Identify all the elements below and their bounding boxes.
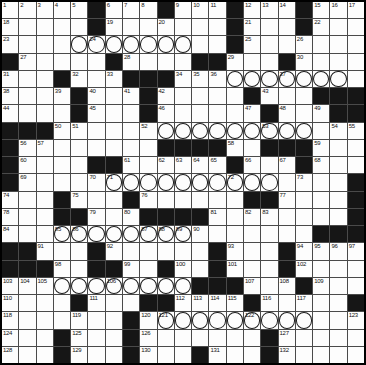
cell-r14c9[interactable]: 87 bbox=[140, 226, 156, 242]
cell-r15c21[interactable]: 97 bbox=[348, 243, 364, 259]
cell-r20c17[interactable]: 127 bbox=[279, 330, 295, 346]
cell-r4c19[interactable] bbox=[313, 54, 329, 70]
cell-r20c1[interactable]: 124 bbox=[2, 330, 18, 346]
cell-r9c7[interactable] bbox=[106, 140, 122, 156]
cell-r11c18[interactable]: 73 bbox=[296, 174, 312, 190]
cell-r1c3[interactable]: 3 bbox=[37, 2, 53, 18]
cell-r20c12[interactable] bbox=[192, 330, 208, 346]
cell-r8c12[interactable] bbox=[192, 123, 208, 139]
cell-r3c5[interactable] bbox=[71, 36, 87, 52]
cell-r13c1[interactable]: 78 bbox=[2, 209, 18, 225]
cell-r2c19[interactable]: 22 bbox=[313, 19, 329, 35]
cell-r21c21[interactable] bbox=[348, 347, 364, 363]
cell-r17c20[interactable] bbox=[330, 278, 346, 294]
cell-r19c9[interactable]: 120 bbox=[140, 312, 156, 328]
cell-r7c8[interactable] bbox=[123, 105, 139, 121]
cell-r14c14[interactable] bbox=[227, 226, 243, 242]
cell-r15c12[interactable] bbox=[192, 243, 208, 259]
cell-r5c12[interactable]: 35 bbox=[192, 71, 208, 87]
cell-r10c9[interactable] bbox=[140, 157, 156, 173]
cell-r7c10[interactable]: 46 bbox=[158, 105, 174, 121]
cell-r5c6[interactable] bbox=[88, 71, 104, 87]
cell-r16c18[interactable]: 102 bbox=[296, 261, 312, 277]
cell-r3c21[interactable] bbox=[348, 36, 364, 52]
cell-r5c3[interactable] bbox=[37, 71, 53, 87]
cell-r21c9[interactable]: 130 bbox=[140, 347, 156, 363]
cell-r8c18[interactable] bbox=[296, 123, 312, 139]
cell-r5c5[interactable]: 32 bbox=[71, 71, 87, 87]
cell-r21c5[interactable]: 129 bbox=[71, 347, 87, 363]
cell-r3c16[interactable] bbox=[261, 36, 277, 52]
cell-r21c17[interactable]: 132 bbox=[279, 347, 295, 363]
cell-r6c4[interactable]: 39 bbox=[54, 88, 70, 104]
cell-r12c14[interactable] bbox=[227, 192, 243, 208]
cell-r21c15[interactable] bbox=[244, 347, 260, 363]
cell-r12c17[interactable]: 77 bbox=[279, 192, 295, 208]
cell-r6c8[interactable]: 41 bbox=[123, 88, 139, 104]
cell-r8c4[interactable]: 50 bbox=[54, 123, 70, 139]
cell-r10c21[interactable] bbox=[348, 157, 364, 173]
cell-r2c12[interactable] bbox=[192, 19, 208, 35]
cell-r14c2[interactable] bbox=[19, 226, 35, 242]
cell-r14c12[interactable]: 90 bbox=[192, 226, 208, 242]
cell-r4c20[interactable] bbox=[330, 54, 346, 70]
cell-r17c10[interactable] bbox=[158, 278, 174, 294]
cell-r4c16[interactable] bbox=[261, 54, 277, 70]
cell-r19c15[interactable]: 122 bbox=[244, 312, 260, 328]
cell-r11c14[interactable]: 72 bbox=[227, 174, 243, 190]
cell-r9c8[interactable] bbox=[123, 140, 139, 156]
cell-r6c2[interactable] bbox=[19, 88, 35, 104]
cell-r1c7[interactable]: 6 bbox=[106, 2, 122, 18]
cell-r1c8[interactable]: 7 bbox=[123, 2, 139, 18]
cell-r9c2[interactable]: 56 bbox=[19, 140, 35, 156]
cell-r20c18[interactable] bbox=[296, 330, 312, 346]
cell-r2c1[interactable]: 18 bbox=[2, 19, 18, 35]
cell-r19c14[interactable] bbox=[227, 312, 243, 328]
cell-r4c15[interactable] bbox=[244, 54, 260, 70]
cell-r9c6[interactable] bbox=[88, 140, 104, 156]
cell-r3c8[interactable] bbox=[123, 36, 139, 52]
cell-r9c4[interactable] bbox=[54, 140, 70, 156]
cell-r1c11[interactable]: 9 bbox=[175, 2, 191, 18]
cell-r7c18[interactable] bbox=[296, 105, 312, 121]
cell-r12c1[interactable]: 74 bbox=[2, 192, 18, 208]
cell-r8c7[interactable] bbox=[106, 123, 122, 139]
cell-r10c19[interactable]: 68 bbox=[313, 157, 329, 173]
cell-r16c21[interactable] bbox=[348, 261, 364, 277]
cell-r12c12[interactable] bbox=[192, 192, 208, 208]
cell-r19c16[interactable] bbox=[261, 312, 277, 328]
cell-r13c13[interactable]: 81 bbox=[209, 209, 225, 225]
cell-r3c10[interactable] bbox=[158, 36, 174, 52]
cell-r2c3[interactable] bbox=[37, 19, 53, 35]
cell-r12c2[interactable] bbox=[19, 192, 35, 208]
cell-r10c8[interactable]: 61 bbox=[123, 157, 139, 173]
cell-r12c9[interactable]: 76 bbox=[140, 192, 156, 208]
cell-r14c4[interactable]: 85 bbox=[54, 226, 70, 242]
cell-r11c8[interactable] bbox=[123, 174, 139, 190]
cell-r19c3[interactable] bbox=[37, 312, 53, 328]
cell-r7c3[interactable] bbox=[37, 105, 53, 121]
cell-r19c18[interactable] bbox=[296, 312, 312, 328]
cell-r19c13[interactable] bbox=[209, 312, 225, 328]
cell-r4c6[interactable] bbox=[88, 54, 104, 70]
cell-r12c6[interactable] bbox=[88, 192, 104, 208]
cell-r5c1[interactable]: 31 bbox=[2, 71, 18, 87]
cell-r18c19[interactable] bbox=[313, 295, 329, 311]
cell-r10c12[interactable]: 64 bbox=[192, 157, 208, 173]
cell-r4c21[interactable] bbox=[348, 54, 364, 70]
cell-r18c6[interactable]: 111 bbox=[88, 295, 104, 311]
cell-r3c20[interactable] bbox=[330, 36, 346, 52]
cell-r19c20[interactable] bbox=[330, 312, 346, 328]
cell-r6c13[interactable] bbox=[209, 88, 225, 104]
cell-r20c20[interactable] bbox=[330, 330, 346, 346]
cell-r16c8[interactable]: 99 bbox=[123, 261, 139, 277]
cell-r6c6[interactable]: 40 bbox=[88, 88, 104, 104]
cell-r6c16[interactable]: 43 bbox=[261, 88, 277, 104]
cell-r12c20[interactable] bbox=[330, 192, 346, 208]
cell-r1c16[interactable]: 13 bbox=[261, 2, 277, 18]
cell-r18c1[interactable]: 110 bbox=[2, 295, 18, 311]
cell-r5c13[interactable]: 36 bbox=[209, 71, 225, 87]
cell-r16c11[interactable]: 100 bbox=[175, 261, 191, 277]
cell-r14c3[interactable] bbox=[37, 226, 53, 242]
cell-r21c13[interactable]: 131 bbox=[209, 347, 225, 363]
cell-r17c19[interactable]: 109 bbox=[313, 278, 329, 294]
cell-r10c17[interactable]: 67 bbox=[279, 157, 295, 173]
cell-r4c8[interactable]: 28 bbox=[123, 54, 139, 70]
cell-r10c16[interactable] bbox=[261, 157, 277, 173]
cell-r3c19[interactable] bbox=[313, 36, 329, 52]
cell-r8c21[interactable]: 55 bbox=[348, 123, 364, 139]
cell-r19c19[interactable] bbox=[313, 312, 329, 328]
cell-r12c13[interactable] bbox=[209, 192, 225, 208]
cell-r17c5[interactable] bbox=[71, 278, 87, 294]
cell-r2c11[interactable] bbox=[175, 19, 191, 35]
cell-r17c9[interactable] bbox=[140, 278, 156, 294]
cell-r7c7[interactable] bbox=[106, 105, 122, 121]
cell-r4c11[interactable] bbox=[175, 54, 191, 70]
cell-r19c6[interactable] bbox=[88, 312, 104, 328]
cell-r15c18[interactable]: 94 bbox=[296, 243, 312, 259]
cell-r7c14[interactable] bbox=[227, 105, 243, 121]
cell-r11c4[interactable] bbox=[54, 174, 70, 190]
cell-r18c12[interactable]: 113 bbox=[192, 295, 208, 311]
cell-r3c11[interactable] bbox=[175, 36, 191, 52]
cell-r12c7[interactable] bbox=[106, 192, 122, 208]
cell-r7c4[interactable] bbox=[54, 105, 70, 121]
cell-r18c2[interactable] bbox=[19, 295, 35, 311]
cell-r3c9[interactable] bbox=[140, 36, 156, 52]
cell-r3c2[interactable] bbox=[19, 36, 35, 52]
cell-r15c11[interactable] bbox=[175, 243, 191, 259]
cell-r10c11[interactable]: 63 bbox=[175, 157, 191, 173]
cell-r21c7[interactable] bbox=[106, 347, 122, 363]
cell-r14c13[interactable] bbox=[209, 226, 225, 242]
cell-r1c1[interactable]: 1 bbox=[2, 2, 18, 18]
cell-r10c2[interactable]: 60 bbox=[19, 157, 35, 173]
cell-r16c14[interactable]: 101 bbox=[227, 261, 243, 277]
cell-r1c19[interactable]: 15 bbox=[313, 2, 329, 18]
cell-r13c3[interactable] bbox=[37, 209, 53, 225]
cell-r4c10[interactable] bbox=[158, 54, 174, 70]
cell-r16c12[interactable] bbox=[192, 261, 208, 277]
cell-r5c18[interactable] bbox=[296, 71, 312, 87]
cell-r2c5[interactable] bbox=[71, 19, 87, 35]
cell-r17c8[interactable] bbox=[123, 278, 139, 294]
cell-r19c4[interactable] bbox=[54, 312, 70, 328]
cell-r4c9[interactable] bbox=[140, 54, 156, 70]
cell-r7c12[interactable] bbox=[192, 105, 208, 121]
cell-r8c17[interactable] bbox=[279, 123, 295, 139]
cell-r10c5[interactable] bbox=[71, 157, 87, 173]
cell-r16c5[interactable] bbox=[71, 261, 87, 277]
cell-r4c18[interactable]: 30 bbox=[296, 54, 312, 70]
cell-r7c2[interactable] bbox=[19, 105, 35, 121]
cell-r2c2[interactable] bbox=[19, 19, 35, 35]
cell-r11c2[interactable]: 69 bbox=[19, 174, 35, 190]
cell-r15c5[interactable] bbox=[71, 243, 87, 259]
cell-r8c10[interactable] bbox=[158, 123, 174, 139]
cell-r15c9[interactable] bbox=[140, 243, 156, 259]
cell-r14c7[interactable] bbox=[106, 226, 122, 242]
cell-r15c15[interactable] bbox=[244, 243, 260, 259]
cell-r7c6[interactable]: 45 bbox=[88, 105, 104, 121]
cell-r21c20[interactable] bbox=[330, 347, 346, 363]
cell-r8c15[interactable] bbox=[244, 123, 260, 139]
cell-r11c13[interactable] bbox=[209, 174, 225, 190]
cell-r17c6[interactable] bbox=[88, 278, 104, 294]
cell-r14c16[interactable] bbox=[261, 226, 277, 242]
cell-r16c16[interactable] bbox=[261, 261, 277, 277]
cell-r8c5[interactable]: 51 bbox=[71, 123, 87, 139]
cell-r11c10[interactable] bbox=[158, 174, 174, 190]
cell-r6c7[interactable] bbox=[106, 88, 122, 104]
cell-r18c18[interactable]: 117 bbox=[296, 295, 312, 311]
cell-r9c9[interactable] bbox=[140, 140, 156, 156]
cell-r14c5[interactable]: 86 bbox=[71, 226, 87, 242]
cell-r3c7[interactable] bbox=[106, 36, 122, 52]
cell-r16c15[interactable] bbox=[244, 261, 260, 277]
cell-r12c19[interactable] bbox=[313, 192, 329, 208]
cell-r10c10[interactable]: 62 bbox=[158, 157, 174, 173]
cell-r21c18[interactable] bbox=[296, 347, 312, 363]
cell-r19c12[interactable] bbox=[192, 312, 208, 328]
cell-r7c19[interactable]: 49 bbox=[313, 105, 329, 121]
cell-r2c7[interactable]: 19 bbox=[106, 19, 122, 35]
cell-r1c9[interactable]: 8 bbox=[140, 2, 156, 18]
cell-r5c14[interactable] bbox=[227, 71, 243, 87]
cell-r13c15[interactable]: 82 bbox=[244, 209, 260, 225]
cell-r1c15[interactable]: 12 bbox=[244, 2, 260, 18]
cell-r3c17[interactable] bbox=[279, 36, 295, 52]
cell-r19c1[interactable]: 118 bbox=[2, 312, 18, 328]
cell-r13c14[interactable] bbox=[227, 209, 243, 225]
cell-r13c17[interactable] bbox=[279, 209, 295, 225]
cell-r13c7[interactable] bbox=[106, 209, 122, 225]
cell-r2c17[interactable] bbox=[279, 19, 295, 35]
cell-r11c12[interactable] bbox=[192, 174, 208, 190]
cell-r20c6[interactable] bbox=[88, 330, 104, 346]
cell-r5c16[interactable] bbox=[261, 71, 277, 87]
cell-r3c12[interactable] bbox=[192, 36, 208, 52]
cell-r19c2[interactable] bbox=[19, 312, 35, 328]
cell-r14c18[interactable] bbox=[296, 226, 312, 242]
cell-r7c1[interactable]: 44 bbox=[2, 105, 18, 121]
cell-r15c3[interactable]: 91 bbox=[37, 243, 53, 259]
cell-r4c14[interactable]: 29 bbox=[227, 54, 243, 70]
cell-r12c3[interactable] bbox=[37, 192, 53, 208]
cell-r2c16[interactable] bbox=[261, 19, 277, 35]
cell-r20c3[interactable] bbox=[37, 330, 53, 346]
cell-r17c3[interactable]: 105 bbox=[37, 278, 53, 294]
cell-r9c3[interactable]: 57 bbox=[37, 140, 53, 156]
cell-r14c11[interactable]: 89 bbox=[175, 226, 191, 242]
cell-r19c5[interactable]: 119 bbox=[71, 312, 87, 328]
cell-r18c20[interactable] bbox=[330, 295, 346, 311]
cell-r17c4[interactable] bbox=[54, 278, 70, 294]
cell-r15c14[interactable]: 93 bbox=[227, 243, 243, 259]
cell-r10c13[interactable]: 65 bbox=[209, 157, 225, 173]
cell-r15c8[interactable] bbox=[123, 243, 139, 259]
cell-r18c14[interactable]: 115 bbox=[227, 295, 243, 311]
cell-r11c20[interactable] bbox=[330, 174, 346, 190]
cell-r13c16[interactable]: 83 bbox=[261, 209, 277, 225]
cell-r12c11[interactable] bbox=[175, 192, 191, 208]
cell-r8c8[interactable] bbox=[123, 123, 139, 139]
cell-r14c8[interactable] bbox=[123, 226, 139, 242]
cell-r7c13[interactable] bbox=[209, 105, 225, 121]
cell-r14c10[interactable]: 88 bbox=[158, 226, 174, 242]
cell-r4c2[interactable]: 27 bbox=[19, 54, 35, 70]
cell-r11c7[interactable]: 71 bbox=[106, 174, 122, 190]
cell-r20c14[interactable] bbox=[227, 330, 243, 346]
cell-r20c2[interactable] bbox=[19, 330, 35, 346]
cell-r17c7[interactable]: 106 bbox=[106, 278, 122, 294]
cell-r2c8[interactable] bbox=[123, 19, 139, 35]
cell-r3c1[interactable]: 23 bbox=[2, 36, 18, 52]
cell-r6c10[interactable]: 42 bbox=[158, 88, 174, 104]
cell-r18c11[interactable]: 112 bbox=[175, 295, 191, 311]
cell-r5c21[interactable] bbox=[348, 71, 364, 87]
cell-r10c4[interactable] bbox=[54, 157, 70, 173]
cell-r5c15[interactable] bbox=[244, 71, 260, 87]
cell-r2c10[interactable]: 20 bbox=[158, 19, 174, 35]
cell-r15c16[interactable] bbox=[261, 243, 277, 259]
cell-r5c7[interactable]: 33 bbox=[106, 71, 122, 87]
cell-r17c16[interactable] bbox=[261, 278, 277, 294]
cell-r3c3[interactable] bbox=[37, 36, 53, 52]
cell-r9c21[interactable] bbox=[348, 140, 364, 156]
cell-r12c18[interactable] bbox=[296, 192, 312, 208]
cell-r20c13[interactable] bbox=[209, 330, 225, 346]
cell-r3c18[interactable]: 26 bbox=[296, 36, 312, 52]
cell-r6c3[interactable] bbox=[37, 88, 53, 104]
cell-r18c7[interactable] bbox=[106, 295, 122, 311]
cell-r21c11[interactable] bbox=[175, 347, 191, 363]
cell-r20c19[interactable] bbox=[313, 330, 329, 346]
cell-r20c5[interactable]: 125 bbox=[71, 330, 87, 346]
cell-r2c21[interactable] bbox=[348, 19, 364, 35]
cell-r5c2[interactable] bbox=[19, 71, 35, 87]
cell-r17c21[interactable] bbox=[348, 278, 364, 294]
cell-r3c6[interactable]: 24 bbox=[88, 36, 104, 52]
cell-r21c2[interactable] bbox=[19, 347, 35, 363]
cell-r2c4[interactable] bbox=[54, 19, 70, 35]
cell-r15c4[interactable] bbox=[54, 243, 70, 259]
cell-r10c20[interactable] bbox=[330, 157, 346, 173]
cell-r21c10[interactable] bbox=[158, 347, 174, 363]
cell-r1c12[interactable]: 10 bbox=[192, 2, 208, 18]
cell-r6c12[interactable] bbox=[192, 88, 208, 104]
cell-r6c11[interactable] bbox=[175, 88, 191, 104]
cell-r3c15[interactable]: 25 bbox=[244, 36, 260, 52]
cell-r8c11[interactable] bbox=[175, 123, 191, 139]
cell-r21c14[interactable] bbox=[227, 347, 243, 363]
cell-r13c2[interactable] bbox=[19, 209, 35, 225]
cell-r1c20[interactable]: 16 bbox=[330, 2, 346, 18]
cell-r2c20[interactable] bbox=[330, 19, 346, 35]
cell-r1c21[interactable]: 17 bbox=[348, 2, 364, 18]
cell-r7c15[interactable]: 47 bbox=[244, 105, 260, 121]
cell-r18c17[interactable] bbox=[279, 295, 295, 311]
cell-r14c17[interactable] bbox=[279, 226, 295, 242]
cell-r20c11[interactable] bbox=[175, 330, 191, 346]
cell-r16c4[interactable]: 98 bbox=[54, 261, 70, 277]
cell-r2c13[interactable] bbox=[209, 19, 225, 35]
cell-r11c11[interactable] bbox=[175, 174, 191, 190]
cell-r18c13[interactable]: 114 bbox=[209, 295, 225, 311]
cell-r5c19[interactable] bbox=[313, 71, 329, 87]
cell-r21c6[interactable] bbox=[88, 347, 104, 363]
cell-r9c14[interactable]: 58 bbox=[227, 140, 243, 156]
cell-r18c16[interactable]: 116 bbox=[261, 295, 277, 311]
cell-r4c5[interactable] bbox=[71, 54, 87, 70]
cell-r15c7[interactable]: 92 bbox=[106, 243, 122, 259]
cell-r1c5[interactable]: 5 bbox=[71, 2, 87, 18]
cell-r19c17[interactable] bbox=[279, 312, 295, 328]
cell-r3c13[interactable] bbox=[209, 36, 225, 52]
cell-r19c7[interactable] bbox=[106, 312, 122, 328]
cell-r13c19[interactable] bbox=[313, 209, 329, 225]
cell-r19c10[interactable]: 121 bbox=[158, 312, 174, 328]
cell-r20c7[interactable] bbox=[106, 330, 122, 346]
cell-r19c11[interactable] bbox=[175, 312, 191, 328]
cell-r21c1[interactable]: 128 bbox=[2, 347, 18, 363]
cell-r17c11[interactable] bbox=[175, 278, 191, 294]
cell-r16c19[interactable] bbox=[313, 261, 329, 277]
cell-r8c6[interactable] bbox=[88, 123, 104, 139]
cell-r20c9[interactable]: 126 bbox=[140, 330, 156, 346]
cell-r8c9[interactable]: 52 bbox=[140, 123, 156, 139]
cell-r19c21[interactable]: 123 bbox=[348, 312, 364, 328]
cell-r11c15[interactable] bbox=[244, 174, 260, 190]
cell-r4c4[interactable] bbox=[54, 54, 70, 70]
cell-r8c20[interactable]: 54 bbox=[330, 123, 346, 139]
cell-r8c13[interactable] bbox=[209, 123, 225, 139]
cell-r16c9[interactable] bbox=[140, 261, 156, 277]
cell-r20c15[interactable] bbox=[244, 330, 260, 346]
cell-r13c20[interactable] bbox=[330, 209, 346, 225]
cell-r10c15[interactable]: 66 bbox=[244, 157, 260, 173]
cell-r8c16[interactable]: 53 bbox=[261, 123, 277, 139]
cell-r13c6[interactable]: 79 bbox=[88, 209, 104, 225]
cell-r3c4[interactable] bbox=[54, 36, 70, 52]
cell-r14c15[interactable] bbox=[244, 226, 260, 242]
cell-r21c19[interactable] bbox=[313, 347, 329, 363]
